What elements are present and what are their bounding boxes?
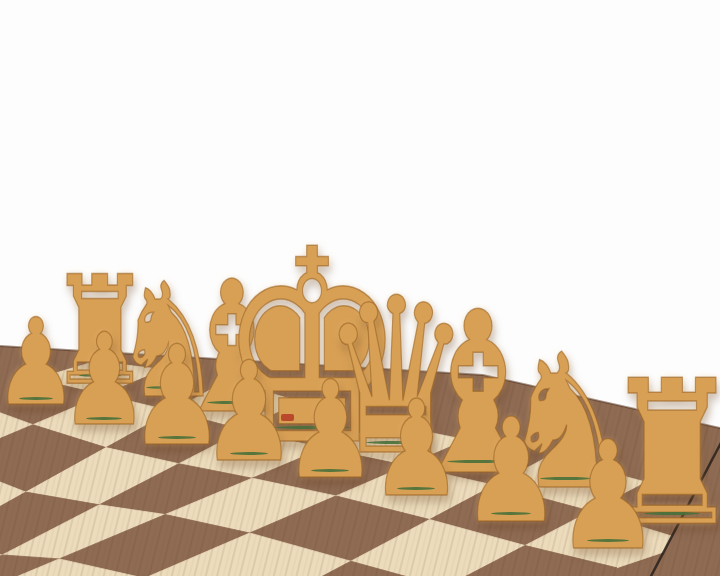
chess-set-photo: ♜♞♟♝♟♚♟♛♟♝♟♞♟♜♟♟ xyxy=(0,0,720,576)
base-felt-g2 xyxy=(86,417,122,420)
base-felt-f2 xyxy=(158,436,197,439)
base-felt-h2 xyxy=(19,397,53,400)
base-felt-b2 xyxy=(491,512,531,515)
base-felt-e2 xyxy=(230,452,269,455)
piece-white-pawn-a2: ♟ xyxy=(550,421,667,571)
base-felt-d2 xyxy=(311,469,349,472)
base-felt-c2 xyxy=(397,487,434,490)
king-maker-stamp xyxy=(281,414,294,421)
base-felt-a2 xyxy=(587,539,629,542)
piece-white-pawn-c2: ♟ xyxy=(364,383,468,516)
